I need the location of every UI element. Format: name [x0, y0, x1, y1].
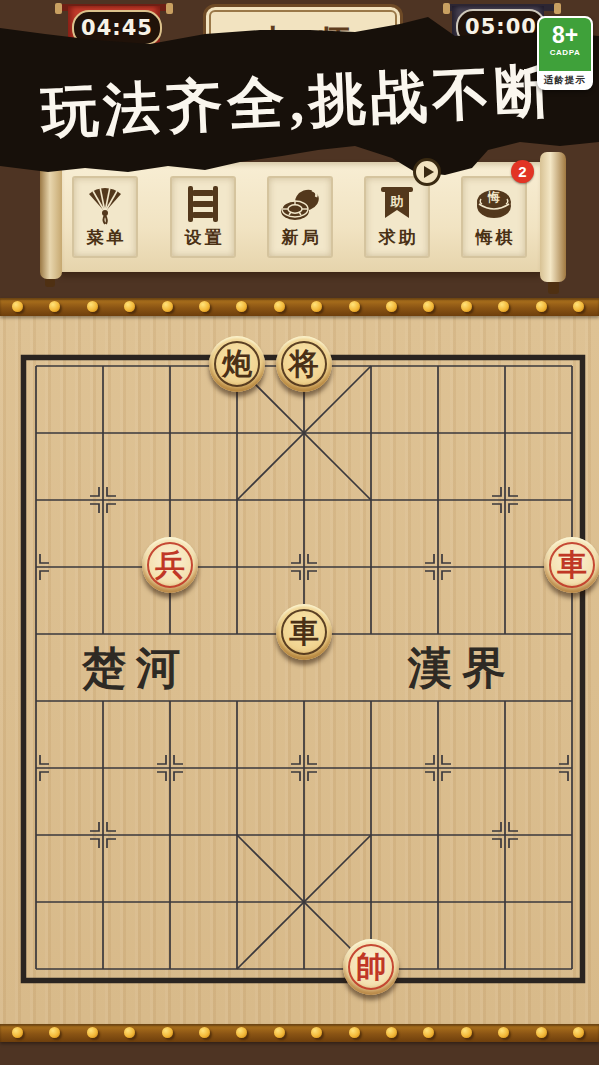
undo-label: 悔棋: [473, 226, 516, 249]
stud: [573, 301, 584, 312]
stud: [236, 301, 247, 312]
piece-ring: [281, 341, 327, 387]
stud: [536, 301, 547, 312]
stud: [349, 301, 360, 312]
stud: [12, 1027, 23, 1038]
stud: [12, 301, 23, 312]
piece-icon: 悔: [473, 182, 515, 226]
river-label-right: 漢界: [398, 641, 526, 695]
stud: [87, 301, 98, 312]
piece-black-炮[interactable]: 炮: [209, 336, 265, 392]
new-game-label: 新局: [279, 226, 322, 249]
stud: [536, 1027, 547, 1038]
age-rating-badge: 8+ CADPA 适龄提示: [537, 16, 593, 90]
stud: [423, 1027, 434, 1038]
stud: [199, 301, 210, 312]
menu-label: 菜单: [84, 226, 127, 249]
play-badge[interactable]: [413, 158, 441, 186]
title-plaque: 大师场: [203, 4, 403, 96]
settings-button[interactable]: 设置: [170, 176, 236, 258]
undo-button[interactable]: 悔 悔棋: [461, 176, 527, 258]
piece-black-将[interactable]: 将: [276, 336, 332, 392]
stud: [49, 301, 60, 312]
rod-cap: [554, 3, 561, 14]
timer-left-value: 04:45: [72, 10, 162, 46]
piece-ring: [214, 341, 260, 387]
scroll-icon: [182, 182, 224, 226]
piece-ring: [348, 944, 394, 990]
age-rating-value: 8+: [539, 22, 591, 48]
age-rating-label: 适龄提示: [539, 71, 591, 88]
help-label: 求助: [376, 226, 419, 249]
stud: [236, 1027, 247, 1038]
stud: [349, 1027, 360, 1038]
scroll-right-roll: [540, 152, 566, 282]
stud: [498, 301, 509, 312]
help-button[interactable]: 助 求助: [364, 176, 430, 258]
rod-cap: [55, 3, 62, 14]
stud: [162, 301, 173, 312]
timer-right-value: 05:00: [456, 9, 546, 45]
piece-red-兵[interactable]: 兵: [142, 537, 198, 593]
rod-cap: [166, 3, 173, 14]
stud: [124, 301, 135, 312]
undo-count-badge: 2: [511, 160, 534, 183]
stud: [311, 1027, 322, 1038]
menu-button[interactable]: 菜单: [72, 176, 138, 258]
stud: [274, 301, 285, 312]
new-game-button[interactable]: 新局: [267, 176, 333, 258]
fan-icon: [84, 182, 126, 226]
page-title: 大师场: [206, 20, 400, 112]
piece-black-車[interactable]: 車: [276, 604, 332, 660]
pieces-icon: [279, 182, 321, 226]
stud: [162, 1027, 173, 1038]
piece-red-帥[interactable]: 帥: [343, 939, 399, 995]
piece-icon-char: 悔: [487, 190, 500, 204]
stud-bar-top: [0, 298, 599, 316]
rod-cap: [443, 3, 450, 14]
piece-ring: [147, 542, 193, 588]
xiangqi-app: 楚河 漢界 04:45 05:00 大师场 8+ CADPA 适龄提示: [0, 0, 599, 1065]
stud: [423, 301, 434, 312]
stud: [199, 1027, 210, 1038]
age-rating-top: 8+ CADPA: [539, 18, 591, 71]
play-icon: [424, 166, 434, 178]
stud: [124, 1027, 135, 1038]
stud: [87, 1027, 98, 1038]
stud: [461, 301, 472, 312]
piece-red-車[interactable]: 車: [544, 537, 599, 593]
stud: [311, 301, 322, 312]
piece-ring: [281, 609, 327, 655]
stud: [386, 301, 397, 312]
stud-bar-bottom: [0, 1024, 599, 1042]
scroll-left-roll: [40, 157, 62, 279]
flag-icon-char: 助: [390, 194, 404, 209]
stud: [386, 1027, 397, 1038]
flag-icon: 助: [376, 182, 418, 226]
age-rating-org: CADPA: [539, 48, 591, 57]
stud: [498, 1027, 509, 1038]
stud: [573, 1027, 584, 1038]
settings-label: 设置: [182, 226, 225, 249]
stud: [274, 1027, 285, 1038]
stud: [461, 1027, 472, 1038]
piece-ring: [549, 542, 595, 588]
river-label-left: 楚河: [72, 641, 200, 695]
stud: [49, 1027, 60, 1038]
